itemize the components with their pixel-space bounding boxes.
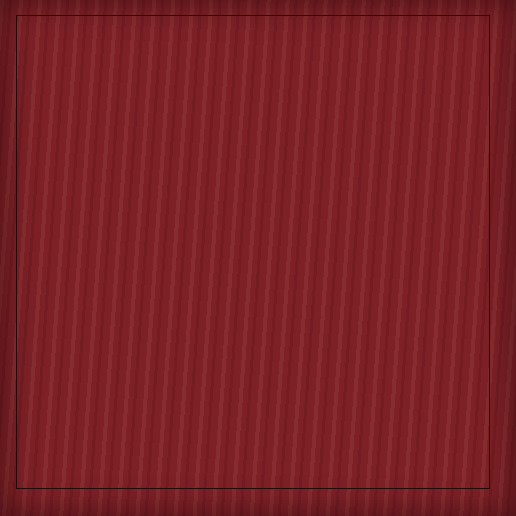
chess-board [16,15,490,489]
board-frame [0,0,516,516]
file-labels [16,488,488,516]
rank-labels [0,15,16,487]
